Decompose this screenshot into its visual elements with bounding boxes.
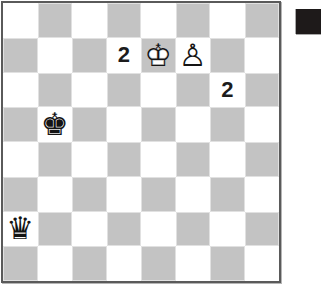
square-g8 [210,3,245,38]
square-g1 [210,246,245,281]
square-a7 [3,38,38,73]
square-d3 [107,177,142,212]
square-f7 [176,38,211,73]
square-f8 [176,3,211,38]
square-c2 [72,212,107,247]
square-g2 [210,212,245,247]
square-a3 [3,177,38,212]
square-f5 [176,107,211,142]
square-h3 [245,177,280,212]
square-f2 [176,212,211,247]
square-e6 [141,73,176,108]
square-c1 [72,246,107,281]
square-a8 [3,3,38,38]
square-f1 [176,246,211,281]
square-c5 [72,107,107,142]
square-e4 [141,142,176,177]
square-e3 [141,177,176,212]
square-h1 [245,246,280,281]
square-b8 [38,3,73,38]
square-d7 [107,38,142,73]
square-a2 [3,212,38,247]
square-c3 [72,177,107,212]
square-c7 [72,38,107,73]
black-to-move-indicator [296,9,321,34]
square-d4 [107,142,142,177]
square-d1 [107,246,142,281]
board-grid [3,3,279,281]
square-g6 [210,73,245,108]
square-e8 [141,3,176,38]
square-b4 [38,142,73,177]
square-b5 [38,107,73,142]
square-c8 [72,3,107,38]
square-h2 [245,212,280,247]
square-c4 [72,142,107,177]
board-inner: ♚♔♟♙♚♛22 [3,3,279,281]
square-d5 [107,107,142,142]
square-a1 [3,246,38,281]
square-g5 [210,107,245,142]
square-a4 [3,142,38,177]
square-b3 [38,177,73,212]
square-h8 [245,3,280,38]
square-b6 [38,73,73,108]
square-e2 [141,212,176,247]
square-b1 [38,246,73,281]
square-h7 [245,38,280,73]
square-f3 [176,177,211,212]
square-e5 [141,107,176,142]
square-a5 [3,107,38,142]
square-d6 [107,73,142,108]
square-e7 [141,38,176,73]
square-b2 [38,212,73,247]
square-f4 [176,142,211,177]
chess-diagram-page: ♚♔♟♙♚♛22 [0,0,323,285]
square-g4 [210,142,245,177]
square-g7 [210,38,245,73]
square-a6 [3,73,38,108]
square-d2 [107,212,142,247]
square-h6 [245,73,280,108]
square-e1 [141,246,176,281]
square-h5 [245,107,280,142]
square-f6 [176,73,211,108]
chess-board: ♚♔♟♙♚♛22 [1,1,281,283]
square-h4 [245,142,280,177]
square-g3 [210,177,245,212]
square-b7 [38,38,73,73]
square-c6 [72,73,107,108]
square-d8 [107,3,142,38]
